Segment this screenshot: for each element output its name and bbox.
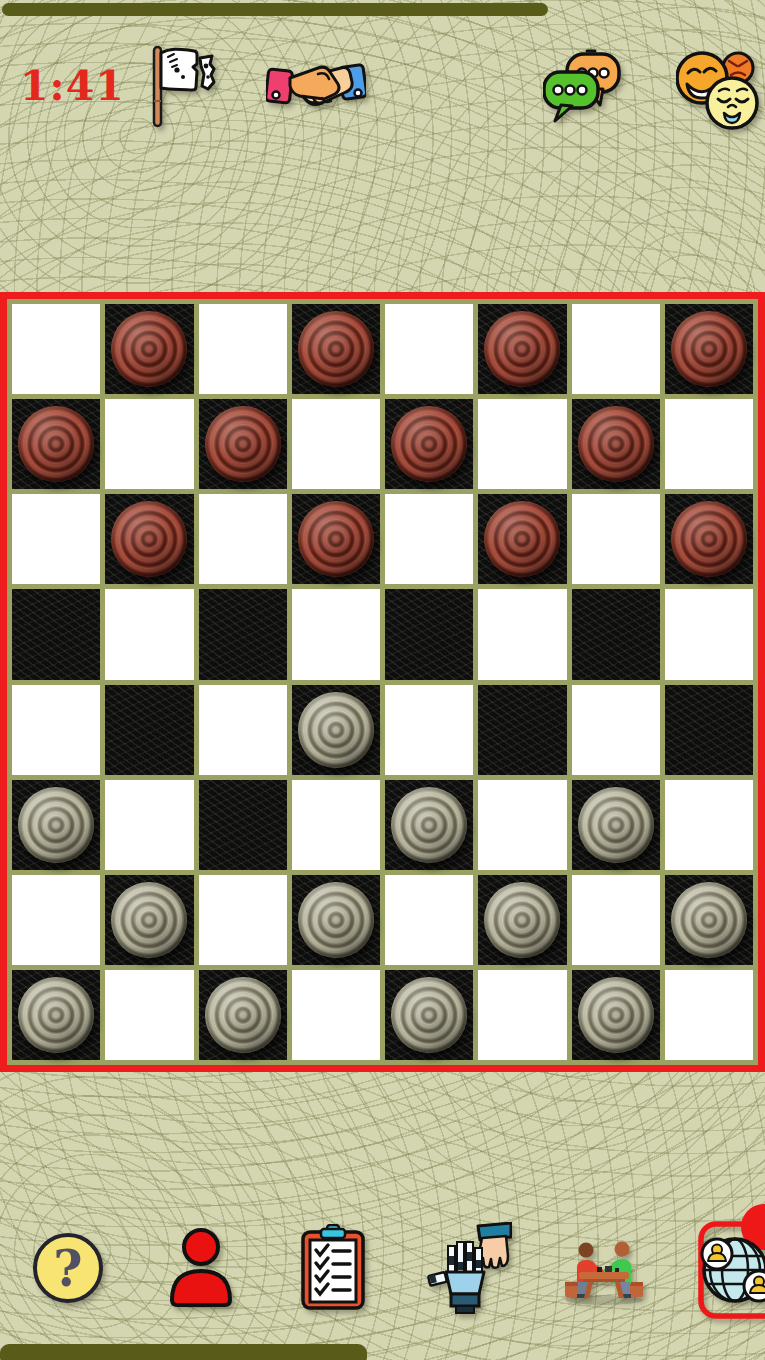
square-r6c7[interactable] — [665, 875, 753, 965]
square-r0c0[interactable] — [12, 304, 100, 394]
profile-button[interactable] — [166, 1226, 236, 1310]
square-r5c0[interactable] — [12, 780, 100, 870]
square-r6c6[interactable] — [572, 875, 660, 965]
red-piece[interactable] — [671, 501, 747, 577]
local-two-player-button[interactable] — [559, 1238, 649, 1306]
red-piece[interactable] — [205, 406, 281, 482]
white-piece[interactable] — [578, 787, 654, 863]
white-piece[interactable] — [18, 977, 94, 1053]
square-r1c1[interactable] — [105, 399, 193, 489]
vs-computer-button[interactable] — [426, 1222, 512, 1314]
square-r5c1[interactable] — [105, 780, 193, 870]
chat-bubbles-icon — [543, 48, 623, 126]
square-r1c5[interactable] — [478, 399, 566, 489]
square-r0c6[interactable] — [572, 304, 660, 394]
square-r4c1[interactable] — [105, 685, 193, 775]
square-r7c7[interactable] — [665, 970, 753, 1060]
square-r4c3[interactable] — [292, 685, 380, 775]
square-r4c4[interactable] — [385, 685, 473, 775]
square-r7c6[interactable] — [572, 970, 660, 1060]
square-r6c2[interactable] — [199, 875, 287, 965]
red-piece[interactable] — [484, 501, 560, 577]
chat-button[interactable] — [543, 48, 623, 126]
square-r2c3[interactable] — [292, 494, 380, 584]
square-r2c6[interactable] — [572, 494, 660, 584]
draw-offer-button[interactable] — [266, 56, 366, 120]
checklist-clipboard-icon — [301, 1224, 365, 1310]
game-timer: 1:41 — [20, 62, 125, 110]
square-r7c3[interactable] — [292, 970, 380, 1060]
red-piece[interactable] — [578, 406, 654, 482]
red-piece[interactable] — [111, 311, 187, 387]
top-edge-bar — [2, 3, 548, 16]
question-mark-icon: ? — [30, 1230, 106, 1308]
square-r4c6[interactable] — [572, 685, 660, 775]
square-r4c2[interactable] — [199, 685, 287, 775]
square-r3c7[interactable] — [665, 589, 753, 679]
square-r5c3[interactable] — [292, 780, 380, 870]
square-r0c5[interactable] — [478, 304, 566, 394]
square-r6c3[interactable] — [292, 875, 380, 965]
emotes-button[interactable] — [676, 48, 764, 130]
square-r1c4[interactable] — [385, 399, 473, 489]
resign-flag-button[interactable] — [146, 44, 218, 130]
square-r0c7[interactable] — [665, 304, 753, 394]
square-r3c2[interactable] — [199, 589, 287, 679]
white-piece[interactable] — [484, 882, 560, 958]
square-r2c5[interactable] — [478, 494, 566, 584]
square-r4c5[interactable] — [478, 685, 566, 775]
square-r5c2[interactable] — [199, 780, 287, 870]
square-r1c2[interactable] — [199, 399, 287, 489]
square-r7c0[interactable] — [12, 970, 100, 1060]
square-r3c4[interactable] — [385, 589, 473, 679]
red-piece[interactable] — [671, 311, 747, 387]
square-r3c6[interactable] — [572, 589, 660, 679]
white-piece[interactable] — [391, 977, 467, 1053]
square-r5c4[interactable] — [385, 780, 473, 870]
square-r2c7[interactable] — [665, 494, 753, 584]
square-r7c5[interactable] — [478, 970, 566, 1060]
white-piece[interactable] — [578, 977, 654, 1053]
red-piece[interactable] — [391, 406, 467, 482]
square-r1c3[interactable] — [292, 399, 380, 489]
handshake-icon — [266, 56, 366, 120]
square-r7c2[interactable] — [199, 970, 287, 1060]
square-r0c3[interactable] — [292, 304, 380, 394]
square-r2c0[interactable] — [12, 494, 100, 584]
square-r6c0[interactable] — [12, 875, 100, 965]
white-piece[interactable] — [205, 977, 281, 1053]
square-r3c3[interactable] — [292, 589, 380, 679]
square-r3c0[interactable] — [12, 589, 100, 679]
square-r0c1[interactable] — [105, 304, 193, 394]
globe-players-icon — [697, 1198, 765, 1330]
white-piece[interactable] — [298, 882, 374, 958]
square-r6c1[interactable] — [105, 875, 193, 965]
square-r5c5[interactable] — [478, 780, 566, 870]
square-r3c1[interactable] — [105, 589, 193, 679]
players-at-table-icon — [559, 1238, 649, 1306]
bottom-edge-bar — [0, 1344, 367, 1360]
square-r0c2[interactable] — [199, 304, 287, 394]
red-piece[interactable] — [111, 501, 187, 577]
checkers-board — [0, 292, 765, 1072]
red-piece[interactable] — [298, 501, 374, 577]
help-button[interactable]: ? — [30, 1230, 106, 1308]
robot-hand-human-hand-icon — [426, 1222, 512, 1314]
square-r1c6[interactable] — [572, 399, 660, 489]
white-piece[interactable] — [671, 882, 747, 958]
square-r2c1[interactable] — [105, 494, 193, 584]
square-r0c4[interactable] — [385, 304, 473, 394]
square-r2c2[interactable] — [199, 494, 287, 584]
white-piece[interactable] — [18, 787, 94, 863]
white-flag-icon — [146, 44, 218, 130]
square-r2c4[interactable] — [385, 494, 473, 584]
square-r6c5[interactable] — [478, 875, 566, 965]
square-r4c0[interactable] — [12, 685, 100, 775]
square-r6c4[interactable] — [385, 875, 473, 965]
red-piece[interactable] — [484, 311, 560, 387]
red-piece[interactable] — [298, 311, 374, 387]
white-piece[interactable] — [391, 787, 467, 863]
white-piece[interactable] — [111, 882, 187, 958]
white-piece[interactable] — [298, 692, 374, 768]
square-r3c5[interactable] — [478, 589, 566, 679]
svg-text:?: ? — [53, 1239, 82, 1298]
square-r1c0[interactable] — [12, 399, 100, 489]
square-r5c7[interactable] — [665, 780, 753, 870]
emoji-faces-icon — [676, 48, 764, 130]
square-r1c7[interactable] — [665, 399, 753, 489]
online-multiplayer-button[interactable] — [697, 1198, 765, 1330]
move-list-button[interactable] — [301, 1224, 365, 1310]
square-r5c6[interactable] — [572, 780, 660, 870]
red-piece[interactable] — [18, 406, 94, 482]
app-screen: 1:41 — [0, 0, 765, 1360]
square-r4c7[interactable] — [665, 685, 753, 775]
square-r7c4[interactable] — [385, 970, 473, 1060]
square-r7c1[interactable] — [105, 970, 193, 1060]
player-silhouette-icon — [166, 1226, 236, 1310]
